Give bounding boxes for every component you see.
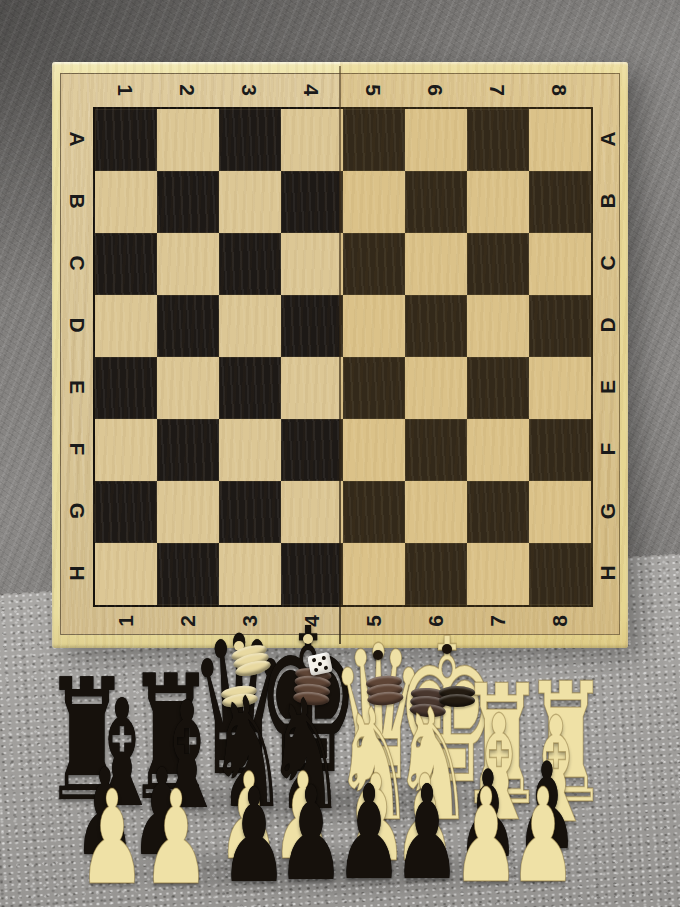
file-label-top-7: 7: [487, 84, 508, 96]
board-square-g7: [467, 481, 529, 543]
black-pawn: ♟: [393, 768, 461, 898]
cream-pawn: ♟: [142, 773, 210, 903]
rank-label-right-e: E: [597, 380, 618, 394]
board-square-f8: [529, 419, 591, 481]
die-pip: [324, 665, 329, 670]
cream-pawn: ♟: [78, 773, 146, 903]
board-square-e7: [467, 357, 529, 419]
rank-label-left-g: G: [67, 503, 88, 519]
file-label-top-8: 8: [549, 84, 570, 96]
board-square-d1: [95, 295, 157, 357]
board-square-b8: [529, 171, 591, 233]
board-square-b2: [157, 171, 219, 233]
board-square-d6: [405, 295, 467, 357]
file-label-bottom-8: 8: [549, 615, 570, 627]
rank-label-left-c: C: [67, 255, 88, 270]
rank-label-left-f: F: [67, 443, 88, 456]
board-square-a4: [281, 109, 343, 171]
board-square-g3: [219, 481, 281, 543]
die-pip: [321, 656, 326, 661]
rank-label-right-d: D: [597, 317, 618, 332]
file-label-top-4: 4: [301, 84, 322, 96]
board-square-h1: [95, 543, 157, 605]
board-square-e2: [157, 357, 219, 419]
rank-label-left-d: D: [67, 317, 88, 332]
board-square-a8: [529, 109, 591, 171]
board-square-e1: [95, 357, 157, 419]
board-square-c2: [157, 233, 219, 295]
file-label-bottom-1: 1: [115, 615, 136, 627]
board-square-d3: [219, 295, 281, 357]
board-square-d2: [157, 295, 219, 357]
board-square-e3: [219, 357, 281, 419]
board-square-c1: [95, 233, 157, 295]
die-pip: [314, 668, 319, 673]
file-label-top-5: 5: [363, 84, 384, 96]
rank-label-left-a: A: [67, 131, 88, 146]
board-square-e4: [281, 357, 343, 419]
board-square-d4: [281, 295, 343, 357]
rank-label-right-c: C: [597, 255, 618, 270]
cream-royal-finial: [373, 650, 383, 660]
board-square-e6: [405, 357, 467, 419]
board-square-a2: [157, 109, 219, 171]
board-square-b6: [405, 171, 467, 233]
cream-pawn: ♟: [509, 771, 577, 901]
rank-label-right-h: H: [597, 565, 618, 580]
board-square-g2: [157, 481, 219, 543]
rank-label-right-b: B: [597, 193, 618, 208]
board-square-c4: [281, 233, 343, 295]
board-square-g4: [281, 481, 343, 543]
board-square-c3: [219, 233, 281, 295]
board-square-a7: [467, 109, 529, 171]
board-square-c5: [343, 233, 405, 295]
file-label-top-6: 6: [425, 84, 446, 96]
board-square-f2: [157, 419, 219, 481]
board-square-b1: [95, 171, 157, 233]
file-label-top-2: 2: [177, 84, 198, 96]
board-square-g5: [343, 481, 405, 543]
board-fold-seam: [339, 66, 341, 644]
chess-board: 1122334455667788AABBCCDDEEFFGGHH: [52, 62, 628, 648]
rank-label-left-h: H: [67, 565, 88, 580]
board-square-b7: [467, 171, 529, 233]
rank-label-right-g: G: [597, 503, 618, 519]
rank-label-left-e: E: [67, 380, 88, 394]
die-pip: [312, 658, 317, 663]
board-square-e5: [343, 357, 405, 419]
board-square-b4: [281, 171, 343, 233]
board-square-c6: [405, 233, 467, 295]
board-square-d5: [343, 295, 405, 357]
file-label-top-1: 1: [115, 84, 136, 96]
board-square-f4: [281, 419, 343, 481]
board-square-c8: [529, 233, 591, 295]
board-square-f5: [343, 419, 405, 481]
file-label-top-3: 3: [239, 84, 260, 96]
rank-label-right-f: F: [597, 443, 618, 456]
board-square-a5: [343, 109, 405, 171]
board-square-a6: [405, 109, 467, 171]
cream-royal-finial: [442, 644, 452, 654]
board-square-h8: [529, 543, 591, 605]
rank-label-left-b: B: [67, 193, 88, 208]
black-royal-finial: [303, 634, 313, 644]
die-pip: [318, 662, 323, 667]
board-square-g1: [95, 481, 157, 543]
board-square-d8: [529, 295, 591, 357]
board-square-c7: [467, 233, 529, 295]
board-square-b3: [219, 171, 281, 233]
board-square-a3: [219, 109, 281, 171]
rank-label-right-a: A: [597, 131, 618, 146]
board-squares: [93, 107, 593, 607]
board-square-f6: [405, 419, 467, 481]
scene: 1122334455667788AABBCCDDEEFFGGHH ♜♝♜♝♛♞♚…: [0, 0, 680, 907]
board-square-b5: [343, 171, 405, 233]
board-square-e8: [529, 357, 591, 419]
board-square-g8: [529, 481, 591, 543]
board-square-f1: [95, 419, 157, 481]
board-square-a1: [95, 109, 157, 171]
board-square-f7: [467, 419, 529, 481]
board-square-g6: [405, 481, 467, 543]
board-square-d7: [467, 295, 529, 357]
board-square-f3: [219, 419, 281, 481]
